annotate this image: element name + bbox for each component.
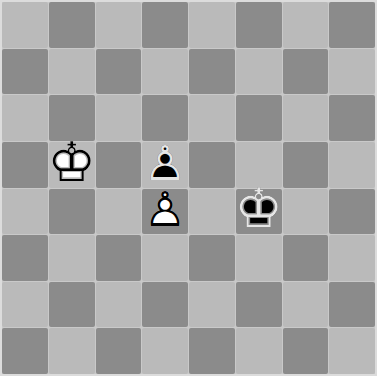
square-d8[interactable] (142, 2, 188, 48)
square-b1[interactable] (49, 328, 95, 374)
square-e8[interactable] (189, 2, 235, 48)
square-c5[interactable] (96, 142, 142, 188)
square-f7[interactable] (236, 49, 282, 95)
square-c7[interactable] (96, 49, 142, 95)
square-a6[interactable] (2, 95, 48, 141)
square-f1[interactable] (236, 328, 282, 374)
chess-app: ♚♔♟♙♟♙♚♔ (0, 0, 377, 376)
chess-board-frame: ♚♔♟♙♟♙♚♔ (0, 0, 377, 376)
square-b8[interactable] (49, 2, 95, 48)
square-b7[interactable] (49, 49, 95, 95)
square-a7[interactable] (2, 49, 48, 95)
chess-board: ♚♔♟♙♟♙♚♔ (2, 2, 375, 374)
square-c8[interactable] (96, 2, 142, 48)
square-a2[interactable] (2, 282, 48, 328)
square-d7[interactable] (142, 49, 188, 95)
square-g6[interactable] (283, 95, 329, 141)
square-c3[interactable] (96, 235, 142, 281)
square-a3[interactable] (2, 235, 48, 281)
square-f6[interactable] (236, 95, 282, 141)
square-b2[interactable] (49, 282, 95, 328)
square-e1[interactable] (189, 328, 235, 374)
square-e2[interactable] (189, 282, 235, 328)
square-g8[interactable] (283, 2, 329, 48)
black-king[interactable]: ♚♔ (236, 189, 282, 235)
square-a4[interactable] (2, 189, 48, 235)
square-c6[interactable] (96, 95, 142, 141)
square-d2[interactable] (142, 282, 188, 328)
square-e7[interactable] (189, 49, 235, 95)
black-king-outline-glyph: ♔ (234, 182, 282, 236)
square-c1[interactable] (96, 328, 142, 374)
square-h5[interactable] (329, 142, 375, 188)
square-e3[interactable] (189, 235, 235, 281)
square-f3[interactable] (236, 235, 282, 281)
white-king-outline-glyph: ♔ (47, 136, 95, 190)
square-g1[interactable] (283, 328, 329, 374)
square-e5[interactable] (189, 142, 235, 188)
square-g2[interactable] (283, 282, 329, 328)
square-c4[interactable] (96, 189, 142, 235)
square-h8[interactable] (329, 2, 375, 48)
square-g5[interactable] (283, 142, 329, 188)
square-f4[interactable]: ♚♔ (236, 189, 282, 235)
square-h3[interactable] (329, 235, 375, 281)
square-h4[interactable] (329, 189, 375, 235)
square-g4[interactable] (283, 189, 329, 235)
square-b4[interactable] (49, 189, 95, 235)
black-pawn-outline-glyph: ♙ (144, 139, 187, 187)
square-h7[interactable] (329, 49, 375, 95)
square-a5[interactable] (2, 142, 48, 188)
square-b3[interactable] (49, 235, 95, 281)
square-h2[interactable] (329, 282, 375, 328)
white-pawn-outline-glyph: ♙ (144, 185, 187, 233)
white-pawn[interactable]: ♟♙ (142, 189, 188, 235)
square-g7[interactable] (283, 49, 329, 95)
white-king[interactable]: ♚♔ (49, 142, 95, 188)
square-a8[interactable] (2, 2, 48, 48)
square-b5[interactable]: ♚♔ (49, 142, 95, 188)
square-e4[interactable] (189, 189, 235, 235)
square-h6[interactable] (329, 95, 375, 141)
square-a1[interactable] (2, 328, 48, 374)
square-h1[interactable] (329, 328, 375, 374)
square-d1[interactable] (142, 328, 188, 374)
square-f8[interactable] (236, 2, 282, 48)
square-e6[interactable] (189, 95, 235, 141)
square-f2[interactable] (236, 282, 282, 328)
square-c2[interactable] (96, 282, 142, 328)
square-g3[interactable] (283, 235, 329, 281)
square-d3[interactable] (142, 235, 188, 281)
square-d4[interactable]: ♟♙ (142, 189, 188, 235)
